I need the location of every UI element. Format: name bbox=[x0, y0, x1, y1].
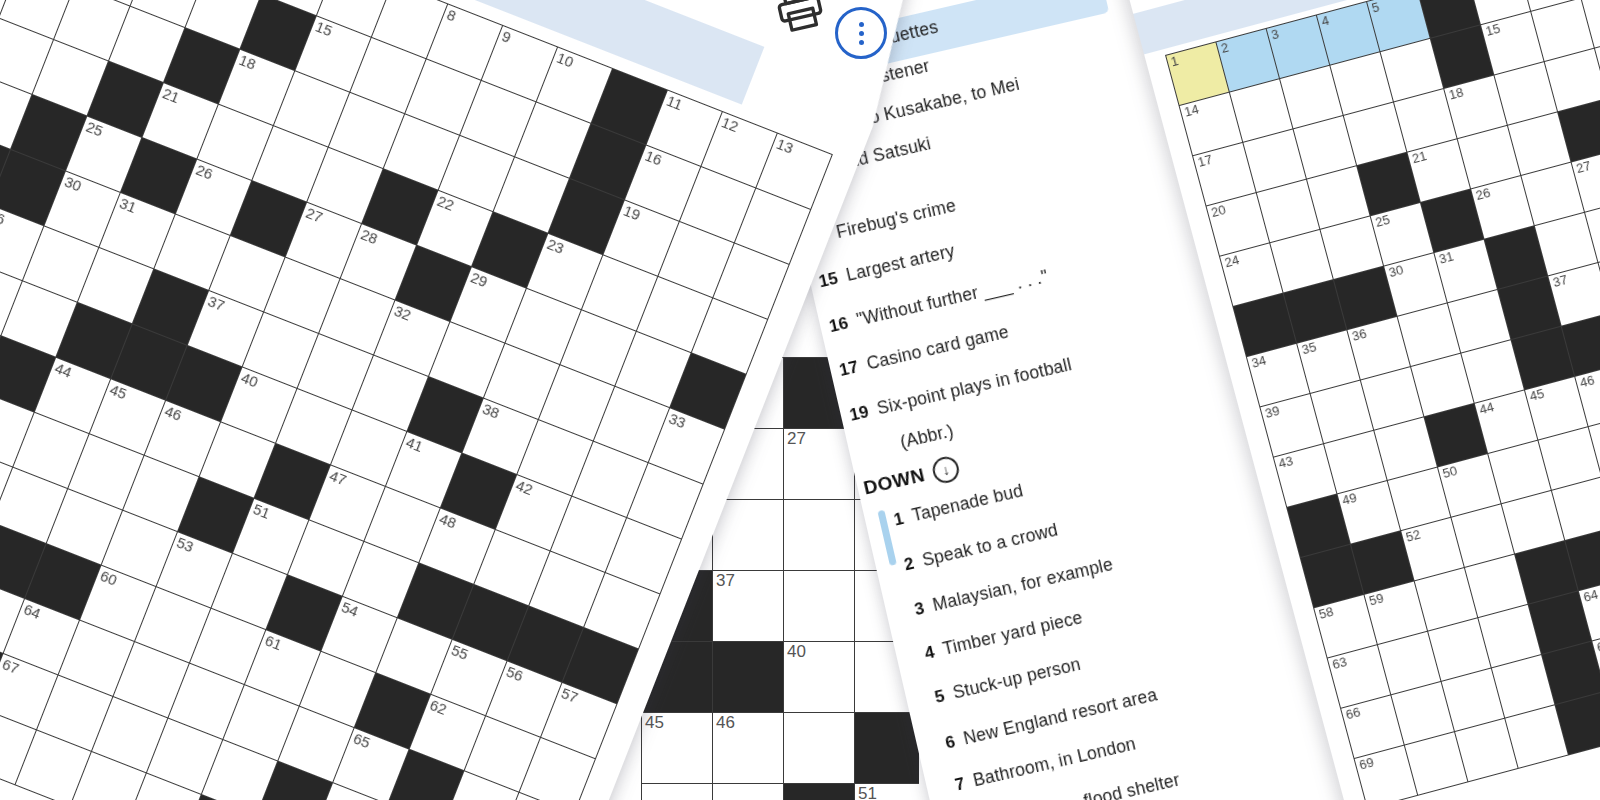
cell-number: 43 bbox=[1277, 454, 1295, 471]
grid-cell[interactable]: 37 bbox=[713, 571, 784, 642]
cell-number: 19 bbox=[621, 203, 642, 224]
grid-cell[interactable] bbox=[713, 784, 784, 800]
cell-number: 31 bbox=[1438, 249, 1456, 266]
grid-cell[interactable]: 51 bbox=[855, 784, 919, 800]
cell-number: 59 bbox=[1368, 591, 1386, 608]
menu-dot bbox=[859, 40, 864, 45]
cell-number: 1 bbox=[1169, 54, 1180, 69]
cell-number: 44 bbox=[53, 360, 74, 381]
cell-number: 20 bbox=[1210, 203, 1228, 220]
menu-dot bbox=[859, 22, 864, 27]
cell-number: 65 bbox=[351, 730, 372, 751]
cell-number: 58 bbox=[1317, 605, 1335, 622]
cell-number: 67 bbox=[0, 656, 21, 677]
cell-number: 45 bbox=[645, 714, 664, 732]
cell-number: 18 bbox=[1447, 85, 1465, 102]
cell-number: 10 bbox=[555, 50, 576, 71]
cell-number: 2 bbox=[1220, 41, 1231, 56]
cell-number: 31 bbox=[117, 195, 138, 216]
cell-number: 26 bbox=[194, 162, 215, 183]
grid-cell[interactable] bbox=[713, 500, 784, 571]
cell-number: 37 bbox=[206, 293, 227, 314]
cell-number: 52 bbox=[1404, 528, 1422, 545]
grid-cell[interactable] bbox=[642, 784, 713, 800]
cell-number: 50 bbox=[1441, 464, 1459, 481]
cell-number: 21 bbox=[1411, 149, 1429, 166]
cell-number: 40 bbox=[787, 643, 806, 661]
cell-number: 48 bbox=[437, 511, 458, 532]
cell-number: 35 bbox=[1300, 340, 1318, 357]
cell-number: 63 bbox=[1331, 655, 1349, 672]
grid-cell[interactable] bbox=[784, 571, 855, 642]
grid-cell[interactable]: 40 bbox=[784, 642, 855, 713]
cell-number: 37 bbox=[1552, 273, 1570, 290]
cell-number: 14 bbox=[1183, 102, 1201, 119]
cell-number: 40 bbox=[239, 370, 260, 391]
cell-number: 29 bbox=[468, 269, 489, 290]
cell-number: 54 bbox=[339, 599, 360, 620]
cell-number: 13 bbox=[774, 136, 795, 157]
cell-number: 67 bbox=[1595, 638, 1600, 655]
cell-number: 41 bbox=[404, 434, 425, 455]
cell-number: 47 bbox=[327, 468, 348, 489]
cell-number: 66 bbox=[1344, 705, 1362, 722]
cell-number: 42 bbox=[514, 477, 535, 498]
cell-number: 51 bbox=[251, 501, 272, 522]
cell-number: 33 bbox=[667, 410, 688, 431]
cell-number: 25 bbox=[84, 119, 105, 140]
cell-number: 4 bbox=[1320, 14, 1331, 29]
cell-number: 17 bbox=[1196, 153, 1214, 170]
cell-number: 23 bbox=[545, 236, 566, 257]
black-cell bbox=[855, 713, 919, 784]
cell-number: 55 bbox=[449, 642, 470, 663]
grid-cell[interactable]: 45 bbox=[642, 713, 713, 784]
cell-number: 60 bbox=[98, 568, 119, 589]
cell-number: 25 bbox=[1374, 213, 1392, 230]
cell-number: 69 bbox=[1358, 755, 1376, 772]
cell-number: 16 bbox=[643, 148, 664, 169]
cell-number: 32 bbox=[392, 303, 413, 324]
cell-number: 64 bbox=[1582, 588, 1600, 605]
cell-number: 62 bbox=[428, 697, 449, 718]
cell-number: 27 bbox=[787, 430, 806, 448]
cell-number: 64 bbox=[22, 601, 43, 622]
crossword-collage: { "game": "crossword", "colors": { "blac… bbox=[0, 0, 1600, 800]
cell-number: 45 bbox=[108, 381, 129, 402]
cell-number: 51 bbox=[858, 785, 877, 800]
cell-number: 3 bbox=[1270, 27, 1281, 42]
cell-number: 56 bbox=[504, 664, 525, 685]
cell-number: 36 bbox=[1351, 327, 1369, 344]
cell-number: 46 bbox=[1578, 373, 1596, 390]
cell-number: 38 bbox=[480, 401, 501, 422]
cell-number: 39 bbox=[1264, 404, 1282, 421]
cell-number: 30 bbox=[1387, 263, 1405, 280]
cell-number: 18 bbox=[237, 52, 258, 73]
grid-cell[interactable] bbox=[784, 713, 855, 784]
cell-number: 53 bbox=[174, 534, 195, 555]
cell-number: 44 bbox=[1478, 400, 1496, 417]
cell-number: 37 bbox=[716, 572, 735, 590]
more-options-menu-icon[interactable] bbox=[835, 7, 887, 59]
cell-number: 5 bbox=[1370, 0, 1381, 15]
cell-number: 46 bbox=[163, 403, 184, 424]
grid-cell[interactable]: 46 bbox=[713, 713, 784, 784]
black-cell bbox=[713, 642, 784, 713]
black-cell bbox=[784, 784, 855, 800]
cell-number: 46 bbox=[716, 714, 735, 732]
menu-dot bbox=[859, 31, 864, 36]
cell-number: 15 bbox=[313, 18, 334, 39]
grid-cell[interactable]: 27 bbox=[784, 429, 855, 500]
cell-number: 27 bbox=[1575, 159, 1593, 176]
cell-number: 15 bbox=[1484, 22, 1502, 39]
cell-number: 57 bbox=[559, 685, 580, 706]
cell-number: 61 bbox=[263, 632, 284, 653]
cell-number: 11 bbox=[664, 93, 684, 113]
cell-number: 9 bbox=[500, 28, 514, 46]
cell-number: 26 bbox=[1474, 186, 1492, 203]
cell-number: 22 bbox=[435, 193, 456, 214]
cell-number: 8 bbox=[445, 7, 459, 25]
cell-number: 27 bbox=[304, 205, 325, 226]
cell-number: 21 bbox=[160, 85, 181, 106]
cell-number: 28 bbox=[359, 226, 380, 247]
grid-cell[interactable] bbox=[784, 500, 855, 571]
cell-number: 12 bbox=[719, 114, 740, 135]
cell-number: 34 bbox=[1250, 354, 1268, 371]
cell-number: 30 bbox=[62, 174, 83, 195]
cell-number: 24 bbox=[1223, 253, 1241, 270]
cell-number: 49 bbox=[1341, 491, 1359, 508]
cell-number: 45 bbox=[1528, 387, 1546, 404]
